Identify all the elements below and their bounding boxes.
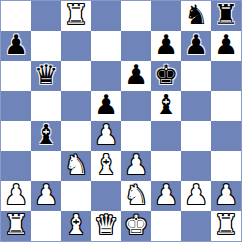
square-d2[interactable] bbox=[91, 181, 121, 211]
square-h6[interactable] bbox=[211, 61, 241, 91]
square-g6[interactable] bbox=[181, 61, 211, 91]
square-c3[interactable]: ♞ bbox=[61, 151, 91, 181]
square-b3[interactable] bbox=[31, 151, 61, 181]
square-h2[interactable]: ♟ bbox=[211, 181, 241, 211]
square-b4[interactable]: ♝ bbox=[31, 121, 61, 151]
square-d7[interactable] bbox=[91, 31, 121, 61]
square-e7[interactable] bbox=[121, 31, 151, 61]
square-d6[interactable] bbox=[91, 61, 121, 91]
square-d1[interactable]: ♛ bbox=[91, 211, 121, 241]
square-f8[interactable] bbox=[151, 1, 181, 31]
black-pawn[interactable]: ♟ bbox=[94, 91, 118, 120]
square-f5[interactable]: ♝ bbox=[151, 91, 181, 121]
square-f4[interactable] bbox=[151, 121, 181, 151]
square-a7[interactable]: ♟ bbox=[1, 31, 31, 61]
square-e8[interactable] bbox=[121, 1, 151, 31]
white-rook[interactable]: ♜ bbox=[214, 211, 238, 240]
square-g3[interactable] bbox=[181, 151, 211, 181]
square-h1[interactable]: ♜ bbox=[211, 211, 241, 241]
white-pawn[interactable]: ♟ bbox=[94, 121, 118, 150]
white-pawn[interactable]: ♟ bbox=[34, 181, 58, 210]
square-g2[interactable]: ♟ bbox=[181, 181, 211, 211]
square-b7[interactable] bbox=[31, 31, 61, 61]
black-rook[interactable]: ♜ bbox=[214, 1, 238, 30]
square-f3[interactable] bbox=[151, 151, 181, 181]
square-h7[interactable]: ♟ bbox=[211, 31, 241, 61]
square-c2[interactable] bbox=[61, 181, 91, 211]
square-e5[interactable] bbox=[121, 91, 151, 121]
square-f1[interactable] bbox=[151, 211, 181, 241]
square-d8[interactable] bbox=[91, 1, 121, 31]
chess-board: ♜♞♜♟♟♟♟♛♟♚♟♝♝♟♞♝♟♟♟♞♟♟♟♜♝♛♚♜ bbox=[0, 0, 242, 242]
white-pawn[interactable]: ♟ bbox=[184, 181, 208, 210]
square-a1[interactable]: ♜ bbox=[1, 211, 31, 241]
square-f2[interactable]: ♟ bbox=[151, 181, 181, 211]
square-e4[interactable] bbox=[121, 121, 151, 151]
white-rook[interactable]: ♜ bbox=[4, 211, 28, 240]
square-b6[interactable]: ♛ bbox=[31, 61, 61, 91]
square-b1[interactable] bbox=[31, 211, 61, 241]
square-c1[interactable]: ♝ bbox=[61, 211, 91, 241]
square-b5[interactable] bbox=[31, 91, 61, 121]
square-a8[interactable] bbox=[1, 1, 31, 31]
square-b8[interactable] bbox=[31, 1, 61, 31]
square-e3[interactable]: ♟ bbox=[121, 151, 151, 181]
black-pawn[interactable]: ♟ bbox=[214, 31, 238, 60]
square-h3[interactable] bbox=[211, 151, 241, 181]
white-pawn[interactable]: ♟ bbox=[124, 151, 148, 180]
white-bishop[interactable]: ♝ bbox=[94, 151, 118, 180]
black-king[interactable]: ♚ bbox=[154, 61, 178, 90]
black-pawn[interactable]: ♟ bbox=[154, 31, 178, 60]
square-a6[interactable] bbox=[1, 61, 31, 91]
square-g7[interactable]: ♟ bbox=[181, 31, 211, 61]
square-g5[interactable] bbox=[181, 91, 211, 121]
black-pawn[interactable]: ♟ bbox=[184, 31, 208, 60]
square-h4[interactable] bbox=[211, 121, 241, 151]
square-h5[interactable] bbox=[211, 91, 241, 121]
white-knight[interactable]: ♞ bbox=[124, 181, 148, 210]
black-queen[interactable]: ♛ bbox=[34, 61, 58, 90]
square-h8[interactable]: ♜ bbox=[211, 1, 241, 31]
white-king[interactable]: ♚ bbox=[124, 211, 148, 240]
white-rook[interactable]: ♜ bbox=[64, 1, 88, 30]
square-e2[interactable]: ♞ bbox=[121, 181, 151, 211]
square-e1[interactable]: ♚ bbox=[121, 211, 151, 241]
square-f6[interactable]: ♚ bbox=[151, 61, 181, 91]
square-c4[interactable] bbox=[61, 121, 91, 151]
white-bishop[interactable]: ♝ bbox=[64, 211, 88, 240]
black-bishop[interactable]: ♝ bbox=[154, 91, 178, 120]
square-a4[interactable] bbox=[1, 121, 31, 151]
square-c6[interactable] bbox=[61, 61, 91, 91]
square-g4[interactable] bbox=[181, 121, 211, 151]
square-d5[interactable]: ♟ bbox=[91, 91, 121, 121]
white-knight[interactable]: ♞ bbox=[64, 151, 88, 180]
black-bishop[interactable]: ♝ bbox=[34, 121, 58, 150]
square-g1[interactable] bbox=[181, 211, 211, 241]
white-pawn[interactable]: ♟ bbox=[154, 181, 178, 210]
white-queen[interactable]: ♛ bbox=[94, 211, 118, 240]
square-c8[interactable]: ♜ bbox=[61, 1, 91, 31]
square-a5[interactable] bbox=[1, 91, 31, 121]
board-container: ♜♞♜♟♟♟♟♛♟♚♟♝♝♟♞♝♟♟♟♞♟♟♟♜♝♛♚♜ bbox=[0, 0, 242, 242]
square-b2[interactable]: ♟ bbox=[31, 181, 61, 211]
square-e6[interactable]: ♟ bbox=[121, 61, 151, 91]
black-knight[interactable]: ♞ bbox=[184, 1, 208, 30]
square-a2[interactable]: ♟ bbox=[1, 181, 31, 211]
white-pawn[interactable]: ♟ bbox=[214, 181, 238, 210]
square-d4[interactable]: ♟ bbox=[91, 121, 121, 151]
black-pawn[interactable]: ♟ bbox=[124, 61, 148, 90]
square-c5[interactable] bbox=[61, 91, 91, 121]
square-d3[interactable]: ♝ bbox=[91, 151, 121, 181]
square-f7[interactable]: ♟ bbox=[151, 31, 181, 61]
square-c7[interactable] bbox=[61, 31, 91, 61]
white-pawn[interactable]: ♟ bbox=[4, 181, 28, 210]
black-pawn[interactable]: ♟ bbox=[4, 31, 28, 60]
square-a3[interactable] bbox=[1, 151, 31, 181]
square-g8[interactable]: ♞ bbox=[181, 1, 211, 31]
